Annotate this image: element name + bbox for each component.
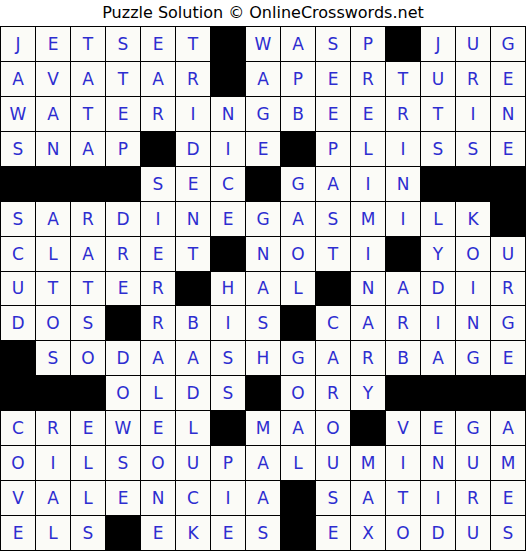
- letter-cell-r12c15[interactable]: A: [491, 411, 525, 445]
- letter-cell-r15c8[interactable]: S: [246, 516, 280, 550]
- letter-cell-r4c1[interactable]: S: [1, 132, 35, 166]
- letter-cell-r1c10[interactable]: S: [316, 27, 350, 61]
- letter-cell-r3c14[interactable]: I: [456, 97, 490, 131]
- block-cell-r5c15: [491, 167, 525, 201]
- letter-cell-r4c12[interactable]: I: [386, 132, 420, 166]
- letter-cell-r13c15[interactable]: M: [491, 446, 525, 480]
- letter-cell-r8c14[interactable]: I: [456, 272, 490, 306]
- letter-cell-r3c7[interactable]: N: [211, 97, 245, 131]
- letter-cell-r5c12[interactable]: N: [386, 167, 420, 201]
- block-cell-r11c3: [71, 376, 105, 410]
- block-cell-r11c15: [491, 376, 525, 410]
- block-cell-r10c1: [1, 341, 35, 375]
- letter-cell-r10c6[interactable]: A: [176, 341, 210, 375]
- block-cell-r1c12: [386, 27, 420, 61]
- letter-cell-r9c3[interactable]: S: [71, 306, 105, 340]
- letter-cell-r6c7[interactable]: E: [211, 202, 245, 236]
- block-cell-r5c4: [106, 167, 140, 201]
- letter-cell-r14c13[interactable]: I: [421, 481, 455, 515]
- letter-cell-r11c10[interactable]: R: [316, 376, 350, 410]
- letter-cell-r8c4[interactable]: E: [106, 272, 140, 306]
- letter-cell-r15c14[interactable]: U: [456, 516, 490, 550]
- letter-cell-r13c8[interactable]: A: [246, 446, 280, 480]
- block-cell-r5c3: [71, 167, 105, 201]
- block-cell-r1c7: [211, 27, 245, 61]
- letter-cell-r2c6[interactable]: R: [176, 62, 210, 96]
- letter-cell-r3c9[interactable]: B: [281, 97, 315, 131]
- letter-cell-r1c15[interactable]: G: [491, 27, 525, 61]
- letter-cell-r12c8[interactable]: M: [246, 411, 280, 445]
- letter-cell-r8c2[interactable]: T: [36, 272, 70, 306]
- letter-cell-r4c10[interactable]: P: [316, 132, 350, 166]
- letter-cell-r14c6[interactable]: C: [176, 481, 210, 515]
- letter-cell-r9c14[interactable]: N: [456, 306, 490, 340]
- letter-cell-r2c2[interactable]: V: [36, 62, 70, 96]
- letter-cell-r11c4[interactable]: O: [106, 376, 140, 410]
- letter-cell-r9c13[interactable]: I: [421, 306, 455, 340]
- letter-cell-r9c12[interactable]: R: [386, 306, 420, 340]
- letter-cell-r13c9[interactable]: L: [281, 446, 315, 480]
- letter-cell-r10c14[interactable]: G: [456, 341, 490, 375]
- block-cell-r2c7: [211, 62, 245, 96]
- block-cell-r9c9: [281, 306, 315, 340]
- letter-cell-r2c10[interactable]: E: [316, 62, 350, 96]
- letter-cell-r6c12[interactable]: I: [386, 202, 420, 236]
- letter-cell-r2c14[interactable]: R: [456, 62, 490, 96]
- letter-cell-r5c6[interactable]: E: [176, 167, 210, 201]
- crossword-grid: JETSETWASPJUGAVATARAPERTUREWATERINGBEERT…: [0, 26, 526, 551]
- letter-cell-r4c7[interactable]: I: [211, 132, 245, 166]
- letter-cell-r11c11[interactable]: Y: [351, 376, 385, 410]
- letter-cell-r5c10[interactable]: A: [316, 167, 350, 201]
- letter-cell-r6c5[interactable]: I: [141, 202, 175, 236]
- letter-cell-r13c5[interactable]: O: [141, 446, 175, 480]
- letter-cell-r8c1[interactable]: U: [1, 272, 35, 306]
- letter-cell-r1c8[interactable]: W: [246, 27, 280, 61]
- block-cell-r5c14: [456, 167, 490, 201]
- letter-cell-r14c11[interactable]: A: [351, 481, 385, 515]
- letter-cell-r3c12[interactable]: R: [386, 97, 420, 131]
- letter-cell-r13c3[interactable]: L: [71, 446, 105, 480]
- block-cell-r11c14: [456, 376, 490, 410]
- letter-cell-r9c11[interactable]: A: [351, 306, 385, 340]
- letter-cell-r3c10[interactable]: E: [316, 97, 350, 131]
- letter-cell-r12c12[interactable]: V: [386, 411, 420, 445]
- letter-cell-r2c5[interactable]: A: [141, 62, 175, 96]
- letter-cell-r6c10[interactable]: S: [316, 202, 350, 236]
- letter-cell-r3c5[interactable]: R: [141, 97, 175, 131]
- letter-cell-r14c7[interactable]: I: [211, 481, 245, 515]
- letter-cell-r8c15[interactable]: R: [491, 272, 525, 306]
- letter-cell-r13c13[interactable]: N: [421, 446, 455, 480]
- letter-cell-r3c2[interactable]: A: [36, 97, 70, 131]
- letter-cell-r1c5[interactable]: E: [141, 27, 175, 61]
- letter-cell-r13c12[interactable]: I: [386, 446, 420, 480]
- letter-cell-r6c9[interactable]: A: [281, 202, 315, 236]
- block-cell-r11c8: [246, 376, 280, 410]
- letter-cell-r13c1[interactable]: O: [1, 446, 35, 480]
- letter-cell-r13c6[interactable]: U: [176, 446, 210, 480]
- letter-cell-r2c8[interactable]: A: [246, 62, 280, 96]
- letter-cell-r1c14[interactable]: U: [456, 27, 490, 61]
- letter-cell-r7c2[interactable]: L: [36, 237, 70, 271]
- letter-cell-r8c5[interactable]: R: [141, 272, 175, 306]
- letter-cell-r6c8[interactable]: G: [246, 202, 280, 236]
- letter-cell-r14c12[interactable]: T: [386, 481, 420, 515]
- block-cell-r5c1: [1, 167, 35, 201]
- letter-cell-r7c4[interactable]: R: [106, 237, 140, 271]
- letter-cell-r2c9[interactable]: P: [281, 62, 315, 96]
- letter-cell-r7c3[interactable]: A: [71, 237, 105, 271]
- block-cell-r7c7: [211, 237, 245, 271]
- block-cell-r9c4: [106, 306, 140, 340]
- letter-cell-r14c10[interactable]: S: [316, 481, 350, 515]
- letter-cell-r6c14[interactable]: K: [456, 202, 490, 236]
- letter-cell-r6c3[interactable]: R: [71, 202, 105, 236]
- letter-cell-r7c6[interactable]: T: [176, 237, 210, 271]
- letter-cell-r2c15[interactable]: E: [491, 62, 525, 96]
- letter-cell-r6c2[interactable]: A: [36, 202, 70, 236]
- letter-cell-r10c8[interactable]: H: [246, 341, 280, 375]
- block-cell-r11c12: [386, 376, 420, 410]
- letter-cell-r2c1[interactable]: A: [1, 62, 35, 96]
- letter-cell-r1c4[interactable]: S: [106, 27, 140, 61]
- block-cell-r14c9: [281, 481, 315, 515]
- letter-cell-r7c5[interactable]: E: [141, 237, 175, 271]
- letter-cell-r15c13[interactable]: D: [421, 516, 455, 550]
- letter-cell-r15c6[interactable]: K: [176, 516, 210, 550]
- letter-cell-r15c7[interactable]: E: [211, 516, 245, 550]
- letter-cell-r4c4[interactable]: P: [106, 132, 140, 166]
- letter-cell-r1c11[interactable]: P: [351, 27, 385, 61]
- letter-cell-r15c15[interactable]: S: [491, 516, 525, 550]
- letter-cell-r12c2[interactable]: R: [36, 411, 70, 445]
- block-cell-r7c12: [386, 237, 420, 271]
- block-cell-r11c13: [421, 376, 455, 410]
- letter-cell-r10c3[interactable]: O: [71, 341, 105, 375]
- letter-cell-r8c13[interactable]: D: [421, 272, 455, 306]
- letter-cell-r9c8[interactable]: S: [246, 306, 280, 340]
- letter-cell-r8c7[interactable]: H: [211, 272, 245, 306]
- letter-cell-r11c6[interactable]: D: [176, 376, 210, 410]
- letter-cell-r7c15[interactable]: U: [491, 237, 525, 271]
- block-cell-r5c8: [246, 167, 280, 201]
- letter-cell-r10c5[interactable]: A: [141, 341, 175, 375]
- letter-cell-r9c2[interactable]: O: [36, 306, 70, 340]
- letter-cell-r9c5[interactable]: R: [141, 306, 175, 340]
- block-cell-r4c9: [281, 132, 315, 166]
- letter-cell-r8c3[interactable]: T: [71, 272, 105, 306]
- letter-cell-r11c5[interactable]: L: [141, 376, 175, 410]
- letter-cell-r8c11[interactable]: N: [351, 272, 385, 306]
- letter-cell-r13c11[interactable]: M: [351, 446, 385, 480]
- letter-cell-r10c15[interactable]: E: [491, 341, 525, 375]
- letter-cell-r10c7[interactable]: S: [211, 341, 245, 375]
- block-cell-r8c10: [316, 272, 350, 306]
- letter-cell-r10c10[interactable]: A: [316, 341, 350, 375]
- letter-cell-r13c10[interactable]: U: [316, 446, 350, 480]
- block-cell-r6c15: [491, 202, 525, 236]
- letter-cell-r7c10[interactable]: T: [316, 237, 350, 271]
- letter-cell-r2c12[interactable]: T: [386, 62, 420, 96]
- letter-cell-r1c1[interactable]: J: [1, 27, 35, 61]
- letter-cell-r10c12[interactable]: B: [386, 341, 420, 375]
- block-cell-r15c4: [106, 516, 140, 550]
- page-title: Puzzle Solution © OnlineCrosswords.net: [0, 0, 526, 26]
- block-cell-r5c2: [36, 167, 70, 201]
- letter-cell-r14c8[interactable]: A: [246, 481, 280, 515]
- letter-cell-r7c1[interactable]: C: [1, 237, 35, 271]
- letter-cell-r14c1[interactable]: V: [1, 481, 35, 515]
- letter-cell-r12c14[interactable]: G: [456, 411, 490, 445]
- letter-cell-r12c9[interactable]: A: [281, 411, 315, 445]
- letter-cell-r14c14[interactable]: R: [456, 481, 490, 515]
- block-cell-r11c2: [36, 376, 70, 410]
- letter-cell-r5c7[interactable]: C: [211, 167, 245, 201]
- letter-cell-r3c6[interactable]: I: [176, 97, 210, 131]
- letter-cell-r3c4[interactable]: E: [106, 97, 140, 131]
- block-cell-r5c13: [421, 167, 455, 201]
- block-cell-r12c11: [351, 411, 385, 445]
- letter-cell-r12c6[interactable]: L: [176, 411, 210, 445]
- letter-cell-r7c11[interactable]: I: [351, 237, 385, 271]
- letter-cell-r2c13[interactable]: U: [421, 62, 455, 96]
- letter-cell-r15c12[interactable]: O: [386, 516, 420, 550]
- letter-cell-r7c14[interactable]: O: [456, 237, 490, 271]
- block-cell-r8c6: [176, 272, 210, 306]
- letter-cell-r12c10[interactable]: O: [316, 411, 350, 445]
- letter-cell-r12c13[interactable]: E: [421, 411, 455, 445]
- letter-cell-r1c2[interactable]: E: [36, 27, 70, 61]
- letter-cell-r12c3[interactable]: E: [71, 411, 105, 445]
- block-cell-r15c9: [281, 516, 315, 550]
- letter-cell-r2c4[interactable]: T: [106, 62, 140, 96]
- letter-cell-r10c11[interactable]: R: [351, 341, 385, 375]
- letter-cell-r13c7[interactable]: P: [211, 446, 245, 480]
- letter-cell-r12c1[interactable]: C: [1, 411, 35, 445]
- letter-cell-r3c15[interactable]: N: [491, 97, 525, 131]
- letter-cell-r10c9[interactable]: G: [281, 341, 315, 375]
- letter-cell-r4c14[interactable]: S: [456, 132, 490, 166]
- block-cell-r11c1: [1, 376, 35, 410]
- letter-cell-r5c11[interactable]: I: [351, 167, 385, 201]
- letter-cell-r9c10[interactable]: C: [316, 306, 350, 340]
- letter-cell-r4c2[interactable]: N: [36, 132, 70, 166]
- letter-cell-r6c1[interactable]: S: [1, 202, 35, 236]
- letter-cell-r15c11[interactable]: X: [351, 516, 385, 550]
- letter-cell-r7c13[interactable]: Y: [421, 237, 455, 271]
- letter-cell-r1c13[interactable]: J: [421, 27, 455, 61]
- letter-cell-r1c6[interactable]: T: [176, 27, 210, 61]
- letter-cell-r9c1[interactable]: D: [1, 306, 35, 340]
- letter-cell-r5c5[interactable]: S: [141, 167, 175, 201]
- letter-cell-r1c9[interactable]: A: [281, 27, 315, 61]
- letter-cell-r6c4[interactable]: D: [106, 202, 140, 236]
- letter-cell-r14c4[interactable]: E: [106, 481, 140, 515]
- letter-cell-r4c3[interactable]: A: [71, 132, 105, 166]
- letter-cell-r14c15[interactable]: E: [491, 481, 525, 515]
- letter-cell-r13c14[interactable]: U: [456, 446, 490, 480]
- letter-cell-r14c3[interactable]: L: [71, 481, 105, 515]
- letter-cell-r4c6[interactable]: D: [176, 132, 210, 166]
- crossword-solution-page: Puzzle Solution © OnlineCrosswords.net J…: [0, 0, 526, 551]
- letter-cell-r2c11[interactable]: R: [351, 62, 385, 96]
- letter-cell-r15c10[interactable]: E: [316, 516, 350, 550]
- letter-cell-r4c8[interactable]: E: [246, 132, 280, 166]
- letter-cell-r12c5[interactable]: E: [141, 411, 175, 445]
- letter-cell-r5c9[interactable]: G: [281, 167, 315, 201]
- letter-cell-r1c3[interactable]: T: [71, 27, 105, 61]
- letter-cell-r10c2[interactable]: S: [36, 341, 70, 375]
- letter-cell-r14c2[interactable]: A: [36, 481, 70, 515]
- letter-cell-r15c5[interactable]: E: [141, 516, 175, 550]
- letter-cell-r11c9[interactable]: O: [281, 376, 315, 410]
- letter-cell-r14c5[interactable]: N: [141, 481, 175, 515]
- letter-cell-r8c9[interactable]: L: [281, 272, 315, 306]
- letter-cell-r8c12[interactable]: A: [386, 272, 420, 306]
- letter-cell-r15c1[interactable]: E: [1, 516, 35, 550]
- letter-cell-r3c3[interactable]: T: [71, 97, 105, 131]
- letter-cell-r15c2[interactable]: L: [36, 516, 70, 550]
- letter-cell-r12c4[interactable]: W: [106, 411, 140, 445]
- letter-cell-r3c11[interactable]: E: [351, 97, 385, 131]
- letter-cell-r4c13[interactable]: S: [421, 132, 455, 166]
- letter-cell-r3c13[interactable]: T: [421, 97, 455, 131]
- letter-cell-r10c4[interactable]: D: [106, 341, 140, 375]
- block-cell-r12c7: [211, 411, 245, 445]
- letter-cell-r13c2[interactable]: I: [36, 446, 70, 480]
- letter-cell-r11c7[interactable]: S: [211, 376, 245, 410]
- letter-cell-r9c15[interactable]: G: [491, 306, 525, 340]
- letter-cell-r6c6[interactable]: N: [176, 202, 210, 236]
- letter-cell-r10c13[interactable]: A: [421, 341, 455, 375]
- letter-cell-r9c6[interactable]: B: [176, 306, 210, 340]
- letter-cell-r4c11[interactable]: L: [351, 132, 385, 166]
- letter-cell-r6c13[interactable]: L: [421, 202, 455, 236]
- letter-cell-r8c8[interactable]: A: [246, 272, 280, 306]
- letter-cell-r4c15[interactable]: E: [491, 132, 525, 166]
- letter-cell-r15c3[interactable]: S: [71, 516, 105, 550]
- letter-cell-r3c8[interactable]: G: [246, 97, 280, 131]
- letter-cell-r3c1[interactable]: W: [1, 97, 35, 131]
- letter-cell-r6c11[interactable]: M: [351, 202, 385, 236]
- letter-cell-r7c9[interactable]: O: [281, 237, 315, 271]
- letter-cell-r9c7[interactable]: I: [211, 306, 245, 340]
- block-cell-r4c5: [141, 132, 175, 166]
- letter-cell-r2c3[interactable]: A: [71, 62, 105, 96]
- letter-cell-r7c8[interactable]: N: [246, 237, 280, 271]
- letter-cell-r13c4[interactable]: S: [106, 446, 140, 480]
